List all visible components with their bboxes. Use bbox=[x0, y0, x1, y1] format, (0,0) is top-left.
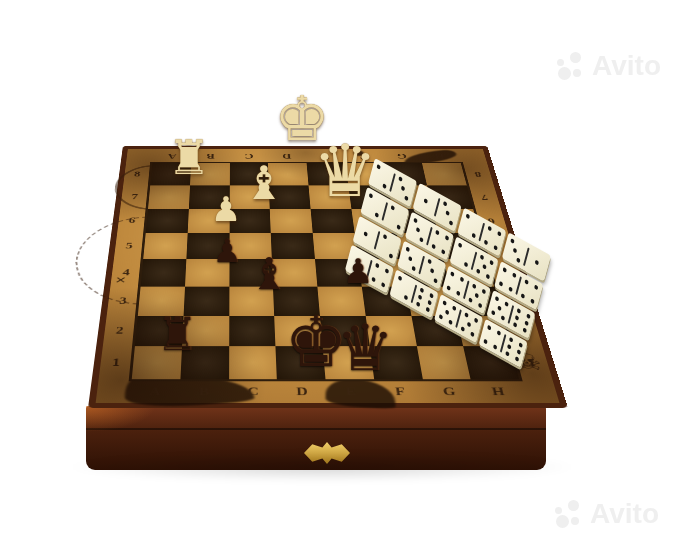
pip-dot bbox=[450, 271, 455, 277]
pip-slot bbox=[351, 257, 356, 263]
pip-slot bbox=[528, 264, 533, 270]
pip-dot bbox=[426, 306, 431, 312]
pip-slot bbox=[495, 238, 500, 244]
pip-slot bbox=[408, 182, 413, 188]
pip-slot bbox=[381, 241, 386, 247]
pip-slot bbox=[520, 244, 525, 250]
pip-dot bbox=[474, 318, 479, 324]
square-b8 bbox=[190, 163, 230, 185]
pip-dot bbox=[375, 212, 380, 218]
pip-slot bbox=[376, 279, 381, 285]
pip-slot bbox=[432, 261, 437, 267]
pip-dot bbox=[416, 227, 421, 233]
rank-label-7: 7 bbox=[469, 185, 500, 208]
pip-slot bbox=[414, 234, 419, 240]
pip-slot bbox=[409, 231, 414, 237]
pip-slot bbox=[423, 297, 428, 303]
pip-slot bbox=[391, 246, 396, 252]
pip-dot bbox=[516, 308, 521, 314]
pip-slot bbox=[381, 167, 386, 173]
pip-dot bbox=[510, 238, 515, 244]
pip-dot bbox=[429, 293, 434, 299]
square-e7 bbox=[309, 185, 352, 208]
square-d6 bbox=[270, 209, 313, 234]
pip-slot bbox=[363, 256, 368, 262]
pip-dot bbox=[445, 310, 450, 316]
pip-slot bbox=[357, 235, 362, 241]
pip-dot bbox=[428, 300, 433, 306]
pip-dot bbox=[371, 276, 376, 282]
pip-slot bbox=[518, 324, 523, 330]
pip-dot bbox=[464, 261, 469, 267]
pip-slot bbox=[493, 303, 498, 309]
pip-dot bbox=[383, 234, 388, 240]
pip-dot bbox=[519, 343, 524, 349]
pip-slot bbox=[488, 341, 493, 347]
pip-dot bbox=[456, 290, 461, 296]
pip-dot bbox=[465, 214, 470, 220]
pip-dot bbox=[504, 302, 509, 308]
pip-slot bbox=[419, 196, 424, 202]
pip-dot bbox=[501, 315, 506, 321]
pip-slot bbox=[440, 307, 445, 313]
pip-slot bbox=[485, 232, 490, 238]
pip-dot bbox=[435, 230, 440, 236]
pip-slot bbox=[371, 227, 376, 233]
pip-slot bbox=[413, 259, 418, 265]
pip-slot bbox=[433, 237, 438, 243]
pip-slot bbox=[415, 252, 420, 258]
pip-slot bbox=[481, 271, 486, 277]
pip-slot bbox=[386, 170, 391, 176]
pip-slot bbox=[429, 275, 434, 281]
square-d7 bbox=[269, 185, 311, 208]
pip-slot bbox=[349, 264, 354, 270]
pip-slot bbox=[477, 286, 482, 292]
file-label-B: B bbox=[179, 381, 229, 402]
pip-dot bbox=[419, 288, 424, 294]
avito-logo-icon bbox=[555, 498, 583, 530]
pip-dot bbox=[445, 235, 450, 241]
pip-slot bbox=[459, 258, 464, 264]
file-label-C: C bbox=[229, 381, 278, 402]
pip-slot bbox=[427, 208, 432, 214]
pip-slot bbox=[400, 211, 405, 217]
pip-slot bbox=[500, 274, 505, 280]
pip-slot bbox=[373, 196, 378, 202]
rank-label-3: 3 bbox=[108, 286, 138, 315]
pip-dot bbox=[476, 268, 481, 274]
pip-slot bbox=[441, 208, 446, 214]
pip-slot bbox=[410, 249, 415, 255]
pip-slot bbox=[525, 295, 530, 301]
pip-slot bbox=[379, 174, 384, 180]
pip-slot bbox=[520, 318, 525, 324]
pip-slot bbox=[438, 239, 443, 245]
pip-slot bbox=[465, 328, 470, 334]
pip-slot bbox=[530, 257, 535, 263]
pip-dot bbox=[464, 312, 469, 318]
box-shadow bbox=[64, 452, 580, 482]
pip-dot bbox=[475, 293, 480, 299]
square-e1 bbox=[323, 346, 374, 379]
pip-dot bbox=[433, 278, 438, 284]
pip-slot bbox=[407, 281, 412, 287]
pip-dot bbox=[534, 285, 539, 291]
square-a5 bbox=[143, 233, 187, 259]
pip-dot bbox=[483, 338, 488, 344]
pip-dot bbox=[458, 242, 463, 248]
pip-dot bbox=[472, 283, 477, 289]
pip-dot bbox=[431, 243, 436, 249]
pip-dot bbox=[397, 224, 402, 230]
pip-slot bbox=[367, 241, 372, 247]
file-label-H: H bbox=[471, 381, 525, 402]
pip-slot bbox=[437, 264, 442, 270]
pip-slot bbox=[495, 337, 500, 343]
square-e8 bbox=[307, 163, 348, 185]
pip-slot bbox=[448, 204, 453, 210]
pip-slot bbox=[399, 192, 404, 198]
pip-slot bbox=[484, 257, 489, 263]
pip-dot bbox=[515, 356, 520, 362]
pip-dot bbox=[505, 350, 510, 356]
pip-slot bbox=[538, 269, 543, 275]
pip-slot bbox=[436, 246, 441, 252]
square-b7 bbox=[189, 185, 230, 208]
square-a1 bbox=[132, 346, 182, 379]
pip-slot bbox=[485, 332, 490, 338]
rank-label-7: 7 bbox=[121, 185, 148, 208]
pip-slot bbox=[418, 221, 423, 227]
pip-slot bbox=[429, 201, 434, 207]
file-label-C: C bbox=[229, 150, 268, 163]
pip-dot bbox=[478, 302, 483, 308]
pip-slot bbox=[512, 346, 517, 352]
pip-slot bbox=[473, 299, 478, 305]
square-d4 bbox=[272, 259, 317, 286]
pip-slot bbox=[396, 183, 401, 189]
pip-dot bbox=[401, 186, 406, 192]
pip-slot bbox=[450, 312, 455, 318]
pip-slot bbox=[503, 308, 508, 314]
pip-slot bbox=[510, 279, 515, 285]
square-b6 bbox=[187, 209, 229, 234]
pip-slot bbox=[359, 270, 364, 276]
pip-slot bbox=[499, 299, 504, 305]
pip-dot bbox=[430, 268, 435, 274]
pip-dot bbox=[509, 337, 514, 343]
square-c6 bbox=[229, 209, 271, 234]
pip-slot bbox=[532, 250, 537, 256]
pip-slot bbox=[469, 315, 474, 321]
pip-dot bbox=[515, 315, 520, 321]
pip-slot bbox=[373, 270, 378, 276]
pip-slot bbox=[394, 190, 399, 196]
square-a7 bbox=[148, 185, 190, 208]
pip-slot bbox=[515, 241, 520, 247]
pip-dot bbox=[513, 321, 518, 327]
pip-dot bbox=[472, 232, 477, 238]
pip-slot bbox=[378, 199, 383, 205]
pip-slot bbox=[354, 267, 359, 273]
file-label-D: D bbox=[267, 150, 306, 163]
pip-dot bbox=[439, 313, 444, 319]
rank-label-5: 5 bbox=[115, 233, 143, 259]
pip-dot bbox=[427, 259, 432, 265]
pip-dot bbox=[526, 314, 531, 320]
pip-slot bbox=[403, 253, 408, 259]
pip-dot bbox=[413, 218, 418, 224]
pip-dot bbox=[524, 320, 529, 326]
pip-slot bbox=[378, 180, 383, 186]
pip-slot bbox=[394, 289, 399, 295]
pip-slot bbox=[489, 242, 494, 248]
pip-slot bbox=[377, 205, 382, 211]
pip-dot bbox=[509, 286, 514, 292]
pip-dot bbox=[498, 305, 503, 311]
pip-dot bbox=[524, 279, 529, 285]
file-labels-bottom: ABCDEFGH bbox=[130, 381, 526, 402]
pip-dot bbox=[443, 201, 448, 207]
pip-dot bbox=[494, 244, 499, 250]
pip-slot bbox=[398, 217, 403, 223]
pip-dot bbox=[499, 280, 504, 286]
square-c7 bbox=[229, 185, 270, 208]
pip-slot bbox=[455, 274, 460, 280]
square-h8 bbox=[422, 163, 467, 185]
pip-slot bbox=[463, 245, 468, 251]
pip-slot bbox=[540, 263, 545, 269]
pip-slot bbox=[395, 208, 400, 214]
pip-dot bbox=[375, 263, 380, 269]
pip-dot bbox=[385, 268, 390, 274]
square-e6 bbox=[311, 209, 355, 234]
pip-slot bbox=[374, 171, 379, 177]
square-d3 bbox=[273, 286, 320, 315]
pip-dot bbox=[487, 325, 492, 331]
pip-slot bbox=[533, 266, 538, 272]
square-g1 bbox=[416, 346, 470, 379]
pip-slot bbox=[353, 251, 358, 257]
pip-slot bbox=[488, 267, 493, 273]
pip-slot bbox=[421, 230, 426, 236]
square-d2 bbox=[274, 316, 322, 347]
pip-dot bbox=[389, 253, 394, 259]
rank-label-1: 1 bbox=[100, 346, 132, 379]
file-labels-top: ABCDEFGH bbox=[152, 150, 460, 163]
pip-slot bbox=[490, 235, 495, 241]
pip-slot bbox=[443, 242, 448, 248]
pip-slot bbox=[424, 290, 429, 296]
pip-slot bbox=[373, 177, 378, 183]
pip-dot bbox=[418, 294, 423, 300]
avito-watermark-label: Avito bbox=[590, 498, 659, 530]
file-label-A: A bbox=[130, 381, 181, 402]
pip-dot bbox=[487, 226, 492, 232]
pip-dot bbox=[460, 277, 465, 283]
square-e2 bbox=[320, 316, 370, 347]
pip-dot bbox=[507, 344, 512, 350]
file-label-E: E bbox=[326, 381, 377, 402]
pip-slot bbox=[392, 221, 397, 227]
pip-dot bbox=[368, 193, 373, 199]
square-a8 bbox=[150, 163, 191, 185]
pip-slot bbox=[510, 353, 515, 359]
pip-dot bbox=[493, 344, 498, 350]
pip-slot bbox=[468, 248, 473, 254]
pip-dot bbox=[491, 309, 496, 315]
pip-slot bbox=[379, 247, 384, 253]
rank-label-6: 6 bbox=[118, 209, 146, 234]
pip-dot bbox=[442, 300, 447, 306]
pip-slot bbox=[403, 179, 408, 185]
pip-slot bbox=[417, 202, 422, 208]
pip-slot bbox=[365, 206, 370, 212]
pip-dot bbox=[460, 326, 465, 332]
pip-slot bbox=[401, 285, 406, 291]
pip-slot bbox=[453, 281, 458, 287]
pip-dot bbox=[512, 273, 517, 279]
pip-slot bbox=[421, 304, 426, 310]
pip-slot bbox=[514, 340, 519, 346]
file-label-G: G bbox=[381, 150, 422, 163]
pip-dot bbox=[486, 273, 491, 279]
pip-slot bbox=[456, 249, 461, 255]
pip-slot bbox=[467, 230, 472, 236]
pip-slot bbox=[387, 237, 392, 243]
pip-dot bbox=[405, 247, 410, 253]
file-label-B: B bbox=[191, 150, 230, 163]
pip-dot bbox=[390, 205, 395, 211]
pip-slot bbox=[399, 292, 404, 298]
pip-dot bbox=[398, 275, 403, 281]
square-a2 bbox=[135, 316, 183, 347]
pip-slot bbox=[359, 229, 364, 235]
pip-slot bbox=[473, 226, 478, 232]
square-a6 bbox=[146, 209, 189, 234]
pip-slot bbox=[367, 200, 372, 206]
square-d8 bbox=[268, 163, 308, 185]
pip-dot bbox=[513, 248, 518, 254]
pip-slot bbox=[361, 222, 366, 228]
pip-slot bbox=[532, 291, 537, 297]
pip-slot bbox=[384, 250, 389, 256]
pip-dot bbox=[521, 293, 526, 299]
pip-slot bbox=[402, 260, 407, 266]
file-label-F: F bbox=[374, 381, 426, 402]
pip-slot bbox=[478, 261, 483, 267]
rank-label-2: 2 bbox=[104, 316, 135, 347]
pip-slot bbox=[464, 220, 469, 226]
pip-slot bbox=[362, 238, 367, 244]
pip-slot bbox=[393, 215, 398, 221]
pip-slot bbox=[421, 189, 426, 195]
square-b3 bbox=[183, 286, 229, 315]
pip-slot bbox=[358, 254, 363, 260]
pip-slot bbox=[462, 227, 467, 233]
pip-slot bbox=[411, 224, 416, 230]
pip-slot bbox=[451, 213, 456, 219]
pip-slot bbox=[508, 245, 513, 251]
pip-dot bbox=[516, 257, 521, 263]
pip-dot bbox=[489, 260, 494, 266]
pip-dot bbox=[398, 176, 403, 182]
square-e3 bbox=[317, 286, 365, 315]
pip-slot bbox=[511, 254, 516, 260]
pip-dot bbox=[381, 282, 386, 288]
file-label-H: H bbox=[419, 150, 460, 163]
pip-slot bbox=[462, 319, 467, 325]
pip-dot bbox=[502, 267, 507, 273]
pip-slot bbox=[461, 252, 466, 258]
square-b5 bbox=[186, 233, 229, 259]
square-a4 bbox=[141, 259, 187, 286]
pip-slot bbox=[451, 287, 456, 293]
pip-dot bbox=[449, 220, 454, 226]
pip-slot bbox=[472, 324, 477, 330]
pip-slot bbox=[444, 316, 449, 322]
pip-slot bbox=[424, 272, 429, 278]
pip-dot bbox=[404, 195, 409, 201]
pip-dot bbox=[376, 164, 381, 170]
pip-slot bbox=[444, 217, 449, 223]
pip-dot bbox=[467, 322, 472, 328]
rank-label-8: 8 bbox=[124, 163, 150, 185]
pip-dot bbox=[497, 330, 502, 336]
pip-slot bbox=[506, 252, 511, 258]
pip-dot bbox=[470, 331, 475, 337]
pip-slot bbox=[426, 192, 431, 198]
pip-dot bbox=[416, 301, 421, 307]
square-a3 bbox=[138, 286, 185, 315]
pip-slot bbox=[383, 275, 388, 281]
square-c8 bbox=[229, 163, 269, 185]
pip-slot bbox=[402, 278, 407, 284]
pip-slot bbox=[492, 328, 497, 334]
pip-slot bbox=[372, 202, 377, 208]
pip-slot bbox=[496, 312, 501, 318]
pip-slot bbox=[422, 205, 427, 211]
pip-dot bbox=[482, 289, 487, 295]
file-label-E: E bbox=[305, 150, 345, 163]
pip-dot bbox=[517, 349, 522, 355]
rank-label-8: 8 bbox=[463, 163, 493, 185]
pip-dot bbox=[530, 298, 535, 304]
pip-slot bbox=[435, 271, 440, 277]
pip-slot bbox=[522, 286, 527, 292]
pip-slot bbox=[423, 223, 428, 229]
wood-highlight bbox=[86, 406, 156, 432]
file-label-D: D bbox=[277, 381, 327, 402]
pip-dot bbox=[412, 265, 417, 271]
square-d1 bbox=[276, 346, 326, 379]
pip-dot bbox=[404, 294, 409, 300]
pip-slot bbox=[406, 288, 411, 294]
pip-slot bbox=[458, 283, 463, 289]
pip-slot bbox=[505, 277, 510, 283]
square-b1 bbox=[180, 346, 229, 379]
pip-slot bbox=[378, 272, 383, 278]
square-b4 bbox=[185, 259, 229, 286]
rank-label-4: 4 bbox=[111, 259, 140, 286]
pip-dot bbox=[494, 296, 499, 302]
pip-slot bbox=[431, 194, 436, 200]
pip-dot bbox=[382, 183, 387, 189]
square-c3 bbox=[229, 286, 275, 315]
pip-slot bbox=[448, 278, 453, 284]
pip-dot bbox=[479, 255, 484, 261]
